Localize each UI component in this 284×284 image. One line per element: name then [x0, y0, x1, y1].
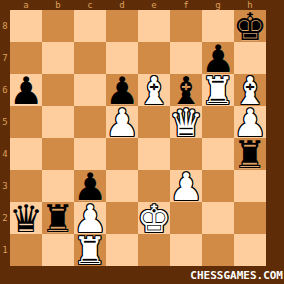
- white-pawn[interactable]: ♟: [106, 107, 138, 139]
- white-rook[interactable]: ♜: [202, 75, 234, 107]
- file-label-e: e: [138, 0, 170, 10]
- square-b5[interactable]: [42, 106, 74, 138]
- square-c5[interactable]: [74, 106, 106, 138]
- file-label-f: f: [170, 0, 202, 10]
- square-c1[interactable]: ♜: [74, 234, 106, 266]
- square-e4[interactable]: [138, 138, 170, 170]
- white-rook[interactable]: ♜: [74, 235, 106, 267]
- square-e1[interactable]: [138, 234, 170, 266]
- black-queen[interactable]: ♛: [10, 203, 42, 235]
- square-b4[interactable]: [42, 138, 74, 170]
- square-b2[interactable]: ♜: [42, 202, 74, 234]
- file-label-a: a: [10, 0, 42, 10]
- square-f8[interactable]: [170, 10, 202, 42]
- chess-board: ♚♟♟♟♝♝♜♝♟♛♟♜♟♟♛♜♟♚♜: [10, 10, 266, 266]
- square-a8[interactable]: [10, 10, 42, 42]
- square-f3[interactable]: ♟: [170, 170, 202, 202]
- black-rook[interactable]: ♜: [234, 139, 266, 171]
- square-g3[interactable]: [202, 170, 234, 202]
- square-h3[interactable]: [234, 170, 266, 202]
- square-c8[interactable]: [74, 10, 106, 42]
- square-d5[interactable]: ♟: [106, 106, 138, 138]
- square-h4[interactable]: ♜: [234, 138, 266, 170]
- square-a5[interactable]: [10, 106, 42, 138]
- file-label-g: g: [202, 0, 234, 10]
- square-b7[interactable]: [42, 42, 74, 74]
- square-c6[interactable]: [74, 74, 106, 106]
- square-h2[interactable]: [234, 202, 266, 234]
- rank-label-4: 4: [0, 138, 10, 170]
- square-h8[interactable]: ♚: [234, 10, 266, 42]
- square-g6[interactable]: ♜: [202, 74, 234, 106]
- file-label-c: c: [74, 0, 106, 10]
- site-watermark: CHESSGAMES.COM: [190, 269, 283, 283]
- square-e5[interactable]: [138, 106, 170, 138]
- square-e6[interactable]: ♝: [138, 74, 170, 106]
- square-c7[interactable]: [74, 42, 106, 74]
- file-label-b: b: [42, 0, 74, 10]
- board-frame: abcdefgh 87654321 ♚♟♟♟♝♝♜♝♟♛♟♜♟♟♛♜♟♚♜ CH…: [0, 0, 284, 284]
- square-a1[interactable]: [10, 234, 42, 266]
- square-a4[interactable]: [10, 138, 42, 170]
- white-king[interactable]: ♚: [138, 203, 170, 235]
- square-f5[interactable]: ♛: [170, 106, 202, 138]
- square-b1[interactable]: [42, 234, 74, 266]
- square-b6[interactable]: [42, 74, 74, 106]
- white-bishop[interactable]: ♝: [138, 75, 170, 107]
- white-queen[interactable]: ♛: [170, 107, 202, 139]
- file-label-d: d: [106, 0, 138, 10]
- square-g1[interactable]: [202, 234, 234, 266]
- square-e2[interactable]: ♚: [138, 202, 170, 234]
- square-d3[interactable]: [106, 170, 138, 202]
- square-b8[interactable]: [42, 10, 74, 42]
- square-h1[interactable]: [234, 234, 266, 266]
- square-f2[interactable]: [170, 202, 202, 234]
- square-a6[interactable]: ♟: [10, 74, 42, 106]
- black-rook[interactable]: ♜: [42, 203, 74, 235]
- rank-label-8: 8: [0, 10, 10, 42]
- square-d1[interactable]: [106, 234, 138, 266]
- black-pawn[interactable]: ♟: [10, 75, 42, 107]
- square-g2[interactable]: [202, 202, 234, 234]
- square-f1[interactable]: [170, 234, 202, 266]
- white-pawn[interactable]: ♟: [170, 171, 202, 203]
- square-d2[interactable]: [106, 202, 138, 234]
- square-a2[interactable]: ♛: [10, 202, 42, 234]
- black-king[interactable]: ♚: [234, 11, 266, 43]
- file-labels: abcdefgh: [10, 0, 266, 10]
- square-g5[interactable]: [202, 106, 234, 138]
- square-g4[interactable]: [202, 138, 234, 170]
- square-d4[interactable]: [106, 138, 138, 170]
- square-e8[interactable]: [138, 10, 170, 42]
- square-d8[interactable]: [106, 10, 138, 42]
